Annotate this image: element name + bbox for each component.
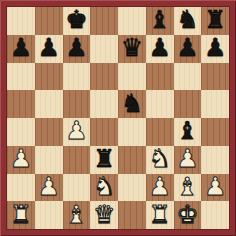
square-g8[interactable]: ♞ <box>174 7 202 35</box>
square-f5[interactable] <box>146 90 174 118</box>
square-b3[interactable] <box>35 146 63 174</box>
black-rook-d3: ♜ <box>93 146 115 171</box>
white-bishop-g2: ♝ <box>176 174 198 199</box>
square-a7[interactable]: ♟ <box>7 35 35 63</box>
black-pawn-f7: ♟ <box>148 35 170 60</box>
black-king-c8: ♚ <box>65 7 87 32</box>
black-pawn-a7: ♟ <box>10 35 32 60</box>
square-f1[interactable]: ♜ <box>146 201 174 229</box>
square-g2[interactable]: ♝ <box>174 174 202 202</box>
square-f3[interactable]: ♞ <box>146 146 174 174</box>
white-knight-f3: ♞ <box>148 146 170 171</box>
white-pawn-f2: ♟ <box>148 174 170 199</box>
square-c1[interactable]: ♝ <box>63 201 91 229</box>
square-c3[interactable] <box>63 146 91 174</box>
square-d2[interactable]: ♞ <box>90 174 118 202</box>
square-a4[interactable] <box>7 118 35 146</box>
square-e5[interactable]: ♞ <box>118 90 146 118</box>
white-pawn-h2: ♟ <box>204 174 226 199</box>
square-a5[interactable] <box>7 90 35 118</box>
white-queen-d1: ♛ <box>93 202 115 227</box>
square-a6[interactable] <box>7 63 35 91</box>
square-g6[interactable] <box>174 63 202 91</box>
square-c8[interactable]: ♚ <box>63 7 91 35</box>
square-d3[interactable]: ♜ <box>90 146 118 174</box>
square-b8[interactable] <box>35 7 63 35</box>
square-h3[interactable] <box>201 146 229 174</box>
square-h6[interactable] <box>201 63 229 91</box>
square-g3[interactable]: ♟ <box>174 146 202 174</box>
square-a8[interactable] <box>7 7 35 35</box>
square-h5[interactable] <box>201 90 229 118</box>
square-e7[interactable]: ♛ <box>118 35 146 63</box>
square-f8[interactable]: ♝ <box>146 7 174 35</box>
square-b5[interactable] <box>35 90 63 118</box>
black-rook-h8: ♜ <box>204 7 226 32</box>
black-knight-e5: ♞ <box>121 91 143 116</box>
square-b7[interactable]: ♟ <box>35 35 63 63</box>
square-f7[interactable]: ♟ <box>146 35 174 63</box>
square-b1[interactable] <box>35 201 63 229</box>
white-pawn-b2: ♟ <box>37 174 59 199</box>
white-rook-a1: ♜ <box>10 202 32 227</box>
black-pawn-g7: ♟ <box>176 35 198 60</box>
square-d7[interactable] <box>90 35 118 63</box>
square-c7[interactable]: ♟ <box>63 35 91 63</box>
square-f6[interactable] <box>146 63 174 91</box>
square-a3[interactable]: ♟ <box>7 146 35 174</box>
square-f2[interactable]: ♟ <box>146 174 174 202</box>
square-c6[interactable] <box>63 63 91 91</box>
square-c2[interactable] <box>63 174 91 202</box>
square-a2[interactable] <box>7 174 35 202</box>
white-rook-f1: ♜ <box>148 202 170 227</box>
square-b6[interactable] <box>35 63 63 91</box>
white-bishop-c1: ♝ <box>65 202 87 227</box>
square-d4[interactable] <box>90 118 118 146</box>
square-e4[interactable] <box>118 118 146 146</box>
white-king-g1: ♚ <box>176 202 198 227</box>
square-d1[interactable]: ♛ <box>90 201 118 229</box>
square-h7[interactable]: ♟ <box>201 35 229 63</box>
square-e6[interactable] <box>118 63 146 91</box>
square-d8[interactable] <box>90 7 118 35</box>
white-pawn-c4: ♟ <box>65 118 87 143</box>
black-bishop-g4: ♝ <box>176 118 198 143</box>
square-b2[interactable]: ♟ <box>35 174 63 202</box>
square-e3[interactable] <box>118 146 146 174</box>
square-c4[interactable]: ♟ <box>63 118 91 146</box>
white-knight-d2: ♞ <box>93 174 115 199</box>
square-g1[interactable]: ♚ <box>174 201 202 229</box>
square-a1[interactable]: ♜ <box>7 201 35 229</box>
board-frame: ♚♝♞♜♟♟♟♛♟♟♟♞♟♝♟♜♞♟♟♞♟♝♟♜♝♛♜♚ <box>0 0 236 236</box>
square-d6[interactable] <box>90 63 118 91</box>
square-h8[interactable]: ♜ <box>201 7 229 35</box>
black-pawn-c7: ♟ <box>65 35 87 60</box>
chess-board: ♚♝♞♜♟♟♟♛♟♟♟♞♟♝♟♜♞♟♟♞♟♝♟♜♝♛♜♚ <box>7 7 229 229</box>
square-h2[interactable]: ♟ <box>201 174 229 202</box>
square-e2[interactable] <box>118 174 146 202</box>
square-c5[interactable] <box>63 90 91 118</box>
black-knight-g8: ♞ <box>176 7 198 32</box>
square-h1[interactable] <box>201 201 229 229</box>
square-h4[interactable] <box>201 118 229 146</box>
square-d5[interactable] <box>90 90 118 118</box>
square-b4[interactable] <box>35 118 63 146</box>
square-e8[interactable] <box>118 7 146 35</box>
white-pawn-g3: ♟ <box>176 146 198 171</box>
square-e1[interactable] <box>118 201 146 229</box>
black-queen-e7: ♛ <box>121 35 143 60</box>
square-g7[interactable]: ♟ <box>174 35 202 63</box>
black-pawn-b7: ♟ <box>37 35 59 60</box>
square-f4[interactable] <box>146 118 174 146</box>
black-bishop-f8: ♝ <box>148 7 170 32</box>
square-g5[interactable] <box>174 90 202 118</box>
white-pawn-a3: ♟ <box>10 146 32 171</box>
black-pawn-h7: ♟ <box>204 35 226 60</box>
square-g4[interactable]: ♝ <box>174 118 202 146</box>
